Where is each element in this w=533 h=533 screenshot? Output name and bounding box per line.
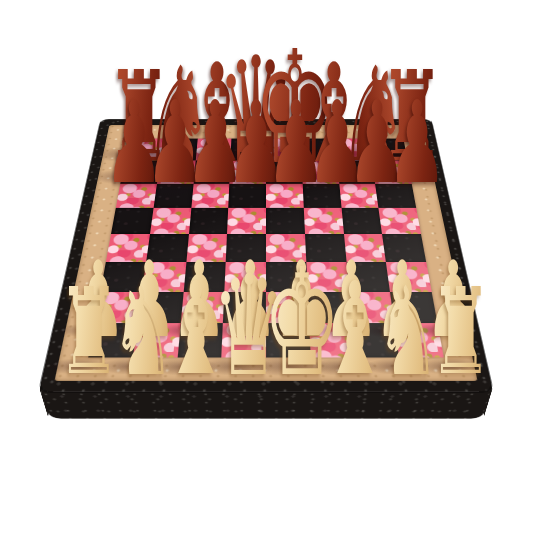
pieces-layer: ♜♞♝♛♚♝♞♜♟♟♟♟♟♟♟♟♟♟♟♟♟♟♟♟♜♞♝♛♚♝♞♜ — [0, 0, 533, 533]
square-a5[interactable] — [111, 208, 153, 234]
piece-black-pawn-h7[interactable]: ♟ — [384, 86, 451, 200]
square-b5[interactable] — [150, 208, 191, 234]
piece-white-rook-h1[interactable]: ♜ — [425, 272, 496, 391]
square-d5[interactable] — [227, 208, 266, 234]
square-c5[interactable] — [189, 208, 229, 234]
square-g5[interactable] — [341, 208, 382, 234]
square-f5[interactable] — [304, 208, 344, 234]
square-h5[interactable] — [379, 208, 421, 234]
chess-set-photo: ♜♞♝♛♚♝♞♜♟♟♟♟♟♟♟♟♟♟♟♟♟♟♟♟♜♞♝♛♚♝♞♜ — [0, 0, 533, 533]
square-e5[interactable] — [266, 208, 305, 234]
